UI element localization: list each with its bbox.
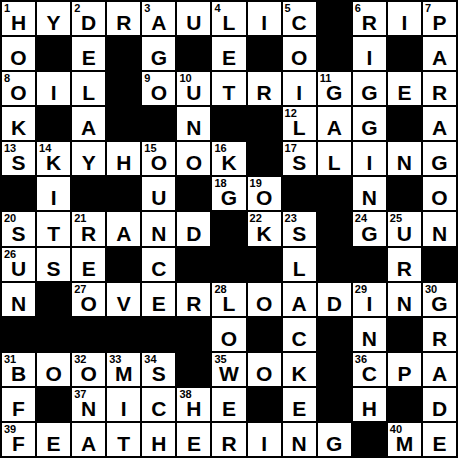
cell-r6c10[interactable]: 24G: [353, 212, 386, 245]
block-cell-r3c11: [388, 107, 421, 140]
cell-r12c8[interactable]: N: [283, 423, 316, 456]
cell-r10c10[interactable]: 36C: [353, 353, 386, 386]
cell-letter: K: [283, 363, 316, 384]
cell-letter: I: [283, 82, 316, 103]
block-cell-r5c2: [72, 177, 105, 210]
cell-letter: H: [2, 12, 35, 33]
cell-letter: A: [72, 433, 105, 454]
cell-r2c6[interactable]: T: [212, 72, 245, 105]
block-cell-r0c9: [318, 2, 351, 35]
cell-letter: R: [423, 82, 456, 103]
cell-letter: L: [283, 258, 316, 279]
cell-r4c1[interactable]: 14K: [37, 142, 70, 175]
cell-letter: I: [248, 433, 281, 454]
cell-r11c0[interactable]: F: [2, 388, 35, 421]
cell-r11c10[interactable]: H: [353, 388, 386, 421]
cell-letter: N: [353, 328, 386, 349]
block-cell-r7c10: [353, 248, 386, 281]
cell-letter: L: [318, 152, 351, 173]
cell-letter: V: [107, 293, 140, 314]
cell-r12c9[interactable]: G: [318, 423, 351, 456]
cell-r1c12[interactable]: A: [423, 37, 456, 70]
cell-letter: G: [423, 152, 456, 173]
cell-letter: I: [353, 47, 386, 68]
cell-letter: T: [37, 223, 70, 244]
cell-letter: E: [177, 433, 210, 454]
cell-r11c2[interactable]: 37N: [72, 388, 105, 421]
cell-r11c5[interactable]: 38H: [177, 388, 210, 421]
cell-r12c2[interactable]: A: [72, 423, 105, 456]
cell-r10c3[interactable]: 33M: [107, 353, 140, 386]
cell-r0c0[interactable]: 1H: [2, 2, 35, 35]
cell-r8c3[interactable]: V: [107, 283, 140, 316]
cell-letter: P: [423, 12, 456, 33]
cell-r12c3[interactable]: T: [107, 423, 140, 456]
cell-r0c10[interactable]: 6R: [353, 2, 386, 35]
cell-letter: F: [2, 398, 35, 419]
cell-r8c6[interactable]: 28L: [212, 283, 245, 316]
cell-letter: C: [142, 258, 175, 279]
cell-r7c8[interactable]: L: [283, 248, 316, 281]
cell-letter: K: [37, 152, 70, 173]
block-cell-r7c5: [177, 248, 210, 281]
cell-r4c8[interactable]: 17S: [283, 142, 316, 175]
cell-r1c8[interactable]: O: [283, 37, 316, 70]
block-cell-r7c3: [107, 248, 140, 281]
cell-letter: R: [107, 12, 140, 33]
cell-letter: O: [142, 152, 175, 173]
cell-r7c2[interactable]: E: [72, 248, 105, 281]
cell-r7c4[interactable]: C: [142, 248, 175, 281]
cell-r0c6[interactable]: 4L: [212, 2, 245, 35]
cell-r10c1[interactable]: O: [37, 353, 70, 386]
cell-r2c5[interactable]: 10U: [177, 72, 210, 105]
cell-r5c4[interactable]: U: [142, 177, 175, 210]
cell-r6c0[interactable]: 20S: [2, 212, 35, 245]
block-cell-r9c0: [2, 318, 35, 351]
cell-r0c1[interactable]: Y: [37, 2, 70, 35]
cell-r0c4[interactable]: 3A: [142, 2, 175, 35]
cell-r9c10[interactable]: N: [353, 318, 386, 351]
cell-letter: O: [248, 187, 281, 208]
cell-r5c6[interactable]: 18G: [212, 177, 245, 210]
cell-r3c10[interactable]: G: [353, 107, 386, 140]
cell-letter: P: [388, 363, 421, 384]
cell-r4c11[interactable]: N: [388, 142, 421, 175]
cell-letter: N: [353, 187, 386, 208]
cell-r0c2[interactable]: 2D: [72, 2, 105, 35]
block-cell-r5c9: [318, 177, 351, 210]
cell-r12c7[interactable]: I: [248, 423, 281, 456]
cell-letter: E: [388, 82, 421, 103]
cell-r1c10[interactable]: I: [353, 37, 386, 70]
cell-letter: H: [177, 398, 210, 419]
cell-r10c8[interactable]: K: [283, 353, 316, 386]
block-cell-r1c1: [37, 37, 70, 70]
cell-letter: E: [72, 258, 105, 279]
cell-letter: A: [423, 47, 456, 68]
cell-letter: H: [142, 433, 175, 454]
cell-r2c8[interactable]: I: [283, 72, 316, 105]
cell-letter: C: [353, 363, 386, 384]
cell-letter: N: [72, 398, 105, 419]
cell-r0c8[interactable]: 5C: [283, 2, 316, 35]
cell-r0c7[interactable]: I: [248, 2, 281, 35]
cell-letter: G: [423, 293, 456, 314]
cell-letter: G: [353, 117, 386, 138]
cell-letter: R: [423, 328, 456, 349]
cell-r9c6[interactable]: O: [212, 318, 245, 351]
cell-r11c12[interactable]: D: [423, 388, 456, 421]
cell-letter: D: [318, 293, 351, 314]
cell-letter: N: [142, 223, 175, 244]
cell-r6c11[interactable]: 25U: [388, 212, 421, 245]
cell-letter: G: [212, 187, 245, 208]
cell-letter: I: [107, 398, 140, 419]
block-cell-r4c7: [248, 142, 281, 175]
cell-r0c5[interactable]: U: [177, 2, 210, 35]
cell-r8c4[interactable]: E: [142, 283, 175, 316]
cell-letter: H: [107, 152, 140, 173]
cell-letter: R: [388, 258, 421, 279]
cell-r11c4[interactable]: C: [142, 388, 175, 421]
cell-letter: A: [283, 293, 316, 314]
cell-letter: O: [37, 363, 70, 384]
cell-letter: E: [212, 47, 245, 68]
cell-letter: G: [318, 82, 351, 103]
cell-r4c5[interactable]: O: [177, 142, 210, 175]
cell-r12c6[interactable]: R: [212, 423, 245, 456]
cell-r2c12[interactable]: R: [423, 72, 456, 105]
cell-letter: D: [72, 12, 105, 33]
cell-letter: R: [212, 433, 245, 454]
cell-r3c0[interactable]: K: [2, 107, 35, 140]
cell-r4c6[interactable]: 16K: [212, 142, 245, 175]
block-cell-r1c9: [318, 37, 351, 70]
cell-r5c10[interactable]: N: [353, 177, 386, 210]
cell-letter: T: [212, 82, 245, 103]
cell-r7c1[interactable]: S: [37, 248, 70, 281]
cell-letter: F: [2, 433, 35, 454]
cell-r2c10[interactable]: G: [353, 72, 386, 105]
cell-letter: A: [423, 363, 456, 384]
cell-r6c4[interactable]: N: [142, 212, 175, 245]
cell-r10c2[interactable]: 32O: [72, 353, 105, 386]
cell-r2c2[interactable]: L: [72, 72, 105, 105]
cell-letter: T: [107, 433, 140, 454]
crossword-board: 1HY2DR3AU4LI5C6RI7POEGEOIA8OIL9O10UTRI11…: [0, 0, 458, 458]
cell-letter: A: [318, 117, 351, 138]
cell-letter: Y: [72, 152, 105, 173]
cell-r9c12[interactable]: R: [423, 318, 456, 351]
cell-letter: M: [388, 433, 421, 454]
cell-letter: A: [107, 223, 140, 244]
block-cell-r3c6: [212, 107, 245, 140]
cell-letter: O: [72, 293, 105, 314]
cell-letter: M: [107, 363, 140, 384]
block-cell-r3c3: [107, 107, 140, 140]
cell-r4c2[interactable]: Y: [72, 142, 105, 175]
cell-r3c2[interactable]: A: [72, 107, 105, 140]
cell-r8c5[interactable]: R: [177, 283, 210, 316]
cell-letter: I: [353, 293, 386, 314]
cell-r3c8[interactable]: 12L: [283, 107, 316, 140]
cell-r5c12[interactable]: O: [423, 177, 456, 210]
cell-r11c8[interactable]: E: [283, 388, 316, 421]
cell-r8c2[interactable]: 27O: [72, 283, 105, 316]
cell-r6c12[interactable]: N: [423, 212, 456, 245]
cell-letter: R: [72, 223, 105, 244]
block-cell-r8c1: [37, 283, 70, 316]
block-cell-r9c4: [142, 318, 175, 351]
block-cell-r5c0: [2, 177, 35, 210]
cell-r2c4[interactable]: 9O: [142, 72, 175, 105]
cell-letter: E: [142, 293, 175, 314]
cell-r12c12[interactable]: E: [423, 423, 456, 456]
cell-r10c7[interactable]: O: [248, 353, 281, 386]
block-cell-r5c8: [283, 177, 316, 210]
cell-letter: G: [318, 433, 351, 454]
block-cell-r6c6: [212, 212, 245, 245]
cell-r7c11[interactable]: R: [388, 248, 421, 281]
cell-r5c1[interactable]: I: [37, 177, 70, 210]
cell-r7c0[interactable]: 26U: [2, 248, 35, 281]
block-cell-r11c11: [388, 388, 421, 421]
cell-r1c2[interactable]: E: [72, 37, 105, 70]
cell-r5c7[interactable]: 19O: [248, 177, 281, 210]
cell-r4c10[interactable]: I: [353, 142, 386, 175]
cell-r0c3[interactable]: R: [107, 2, 140, 35]
block-cell-r1c3: [107, 37, 140, 70]
cell-letter: D: [177, 223, 210, 244]
cell-r12c1[interactable]: E: [37, 423, 70, 456]
cell-letter: O: [248, 293, 281, 314]
cell-letter: N: [423, 223, 456, 244]
cell-letter: B: [2, 363, 35, 384]
cell-letter: I: [37, 187, 70, 208]
cell-letter: A: [142, 12, 175, 33]
cell-letter: K: [248, 223, 281, 244]
block-cell-r1c5: [177, 37, 210, 70]
cell-r1c0[interactable]: O: [2, 37, 35, 70]
cell-letter: O: [283, 47, 316, 68]
cell-r6c5[interactable]: D: [177, 212, 210, 245]
cell-r2c11[interactable]: E: [388, 72, 421, 105]
cell-r1c4[interactable]: G: [142, 37, 175, 70]
block-cell-r5c11: [388, 177, 421, 210]
cell-letter: S: [283, 152, 316, 173]
cell-r8c10[interactable]: 29I: [353, 283, 386, 316]
block-cell-r9c11: [388, 318, 421, 351]
cell-letter: O: [142, 82, 175, 103]
cell-letter: G: [353, 82, 386, 103]
cell-letter: A: [423, 117, 456, 138]
cell-r6c3[interactable]: A: [107, 212, 140, 245]
cell-r6c1[interactable]: T: [37, 212, 70, 245]
cell-letter: I: [37, 82, 70, 103]
block-cell-r10c5: [177, 353, 210, 386]
cell-letter: H: [353, 398, 386, 419]
cell-r2c1[interactable]: I: [37, 72, 70, 105]
cell-letter: U: [142, 187, 175, 208]
cell-letter: D: [423, 398, 456, 419]
block-cell-r3c1: [37, 107, 70, 140]
cell-r8c12[interactable]: 30G: [423, 283, 456, 316]
cell-letter: N: [177, 117, 210, 138]
cell-letter: N: [283, 433, 316, 454]
cell-letter: N: [388, 293, 421, 314]
block-cell-r11c1: [37, 388, 70, 421]
cell-letter: K: [2, 117, 35, 138]
block-cell-r9c1: [37, 318, 70, 351]
cell-r10c6[interactable]: 35W: [212, 353, 245, 386]
cell-letter: R: [248, 82, 281, 103]
cell-r3c5[interactable]: N: [177, 107, 210, 140]
cell-letter: S: [37, 258, 70, 279]
cell-letter: E: [283, 398, 316, 419]
cell-r11c3[interactable]: I: [107, 388, 140, 421]
cell-r9c8[interactable]: C: [283, 318, 316, 351]
cell-letter: S: [283, 223, 316, 244]
cell-letter: S: [2, 223, 35, 244]
block-cell-r9c2: [72, 318, 105, 351]
cell-letter: E: [212, 398, 245, 419]
cell-r4c3[interactable]: H: [107, 142, 140, 175]
cell-r4c4[interactable]: 15O: [142, 142, 175, 175]
cell-letter: C: [142, 398, 175, 419]
block-cell-r9c5: [177, 318, 210, 351]
cell-letter: U: [177, 82, 210, 103]
cell-letter: I: [353, 152, 386, 173]
cell-letter: W: [212, 363, 245, 384]
cell-letter: O: [2, 82, 35, 103]
cell-r4c9[interactable]: L: [318, 142, 351, 175]
cell-letter: I: [388, 12, 421, 33]
cell-r6c2[interactable]: 21R: [72, 212, 105, 245]
cell-r12c4[interactable]: H: [142, 423, 175, 456]
cell-letter: G: [142, 47, 175, 68]
cell-r12c11[interactable]: 40M: [388, 423, 421, 456]
cell-letter: E: [72, 47, 105, 68]
cell-r6c7[interactable]: 22K: [248, 212, 281, 245]
cell-letter: I: [248, 12, 281, 33]
cell-r3c9[interactable]: A: [318, 107, 351, 140]
cell-r4c12[interactable]: G: [423, 142, 456, 175]
block-cell-r11c9: [318, 388, 351, 421]
cell-letter: C: [283, 328, 316, 349]
cell-letter: Y: [37, 12, 70, 33]
cell-letter: N: [2, 293, 35, 314]
cell-letter: O: [423, 187, 456, 208]
cell-r2c9[interactable]: 11G: [318, 72, 351, 105]
cell-r8c9[interactable]: D: [318, 283, 351, 316]
cell-r8c7[interactable]: O: [248, 283, 281, 316]
block-cell-r9c9: [318, 318, 351, 351]
cell-r2c7[interactable]: R: [248, 72, 281, 105]
cell-r2c0[interactable]: 8O: [2, 72, 35, 105]
cell-letter: C: [283, 12, 316, 33]
cell-r0c12[interactable]: 7P: [423, 2, 456, 35]
cell-r4c0[interactable]: 13S: [2, 142, 35, 175]
block-cell-r5c3: [107, 177, 140, 210]
block-cell-r2c3: [107, 72, 140, 105]
block-cell-r1c11: [388, 37, 421, 70]
cell-letter: E: [37, 433, 70, 454]
block-cell-r7c6: [212, 248, 245, 281]
block-cell-r9c7: [248, 318, 281, 351]
cell-r12c5[interactable]: E: [177, 423, 210, 456]
cell-letter: S: [2, 152, 35, 173]
block-cell-r7c9: [318, 248, 351, 281]
cell-letter: L: [212, 293, 245, 314]
cell-r3c12[interactable]: A: [423, 107, 456, 140]
cell-letter: R: [177, 293, 210, 314]
cell-r8c8[interactable]: A: [283, 283, 316, 316]
cell-r8c0[interactable]: N: [2, 283, 35, 316]
cell-letter: A: [72, 117, 105, 138]
block-cell-r7c7: [248, 248, 281, 281]
cell-letter: L: [283, 117, 316, 138]
cell-r11c6[interactable]: E: [212, 388, 245, 421]
cell-letter: O: [248, 363, 281, 384]
cell-letter: N: [388, 152, 421, 173]
block-cell-r1c7: [248, 37, 281, 70]
cell-letter: U: [388, 223, 421, 244]
cell-letter: U: [177, 12, 210, 33]
block-cell-r6c9: [318, 212, 351, 245]
block-cell-r5c5: [177, 177, 210, 210]
block-cell-r7c12: [423, 248, 456, 281]
block-cell-r12c10: [353, 423, 386, 456]
cell-r1c6[interactable]: E: [212, 37, 245, 70]
block-cell-r3c4: [142, 107, 175, 140]
block-cell-r9c3: [107, 318, 140, 351]
cell-r10c11[interactable]: P: [388, 353, 421, 386]
cell-r12c0[interactable]: 39F: [2, 423, 35, 456]
cell-letter: O: [177, 152, 210, 173]
block-cell-r11c7: [248, 388, 281, 421]
cell-letter: R: [353, 12, 386, 33]
block-cell-r10c9: [318, 353, 351, 386]
cell-r10c0[interactable]: 31B: [2, 353, 35, 386]
cell-letter: O: [212, 328, 245, 349]
cell-r10c12[interactable]: A: [423, 353, 456, 386]
block-cell-r3c7: [248, 107, 281, 140]
cell-letter: L: [212, 12, 245, 33]
cell-r6c8[interactable]: 23S: [283, 212, 316, 245]
cell-letter: O: [72, 363, 105, 384]
cell-letter: S: [142, 363, 175, 384]
cell-r8c11[interactable]: N: [388, 283, 421, 316]
cell-letter: U: [2, 258, 35, 279]
cell-letter: L: [72, 82, 105, 103]
cell-letter: E: [423, 433, 456, 454]
cell-letter: O: [2, 47, 35, 68]
cell-r10c4[interactable]: 34S: [142, 353, 175, 386]
cell-letter: K: [212, 152, 245, 173]
cell-letter: G: [353, 223, 386, 244]
cell-r0c11[interactable]: I: [388, 2, 421, 35]
